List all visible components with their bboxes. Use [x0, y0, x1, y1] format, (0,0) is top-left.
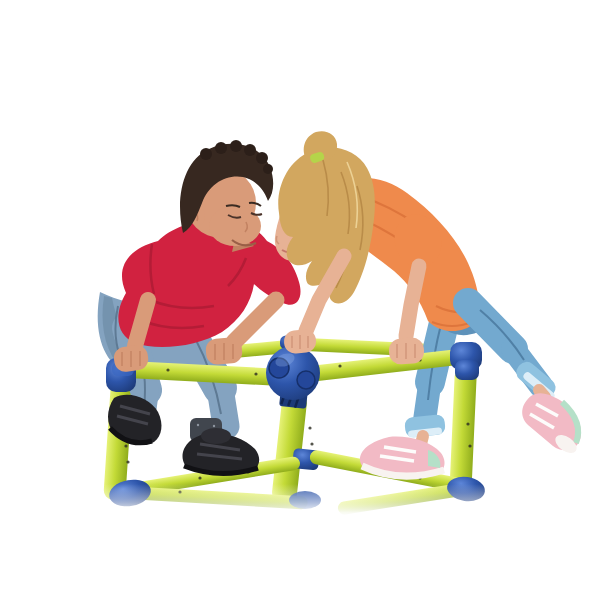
shoe-collar [201, 428, 231, 444]
boy-right-shin [220, 388, 226, 426]
photo-canvas [0, 0, 600, 600]
hub-socket [297, 371, 315, 389]
scene-illustration [0, 0, 600, 600]
bottom-white-fade [0, 484, 600, 520]
